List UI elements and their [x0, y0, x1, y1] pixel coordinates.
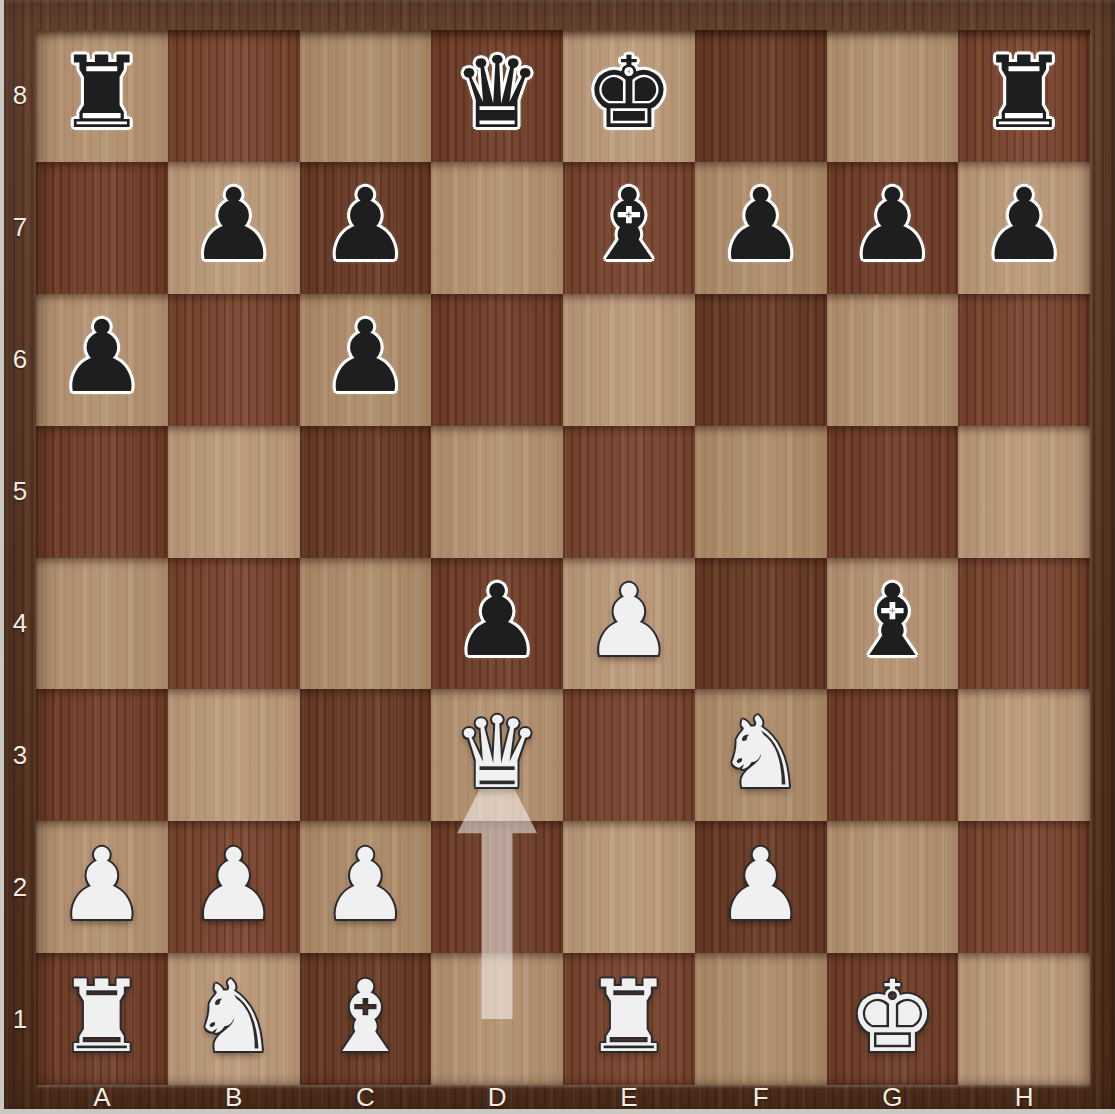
square-d4[interactable]: ♟: [431, 558, 563, 690]
rank-label-3: 3: [4, 689, 36, 821]
square-f4[interactable]: [695, 558, 827, 690]
square-a2[interactable]: ♟: [36, 821, 168, 953]
square-g2[interactable]: [827, 821, 959, 953]
square-g7[interactable]: ♟: [827, 162, 959, 294]
square-b4[interactable]: [168, 558, 300, 690]
rank-label-1: 1: [4, 953, 36, 1085]
file-label-c: C: [300, 1085, 432, 1109]
square-f7[interactable]: ♟: [695, 162, 827, 294]
square-e6[interactable]: [563, 294, 695, 426]
square-h4[interactable]: [958, 558, 1090, 690]
square-d7[interactable]: [431, 162, 563, 294]
piece-black-king[interactable]: ♚: [563, 27, 695, 159]
rank-label-6: 6: [4, 294, 36, 426]
piece-white-rook[interactable]: ♜: [563, 950, 695, 1082]
piece-white-bishop[interactable]: ♝: [300, 950, 432, 1082]
piece-black-pawn[interactable]: ♟: [695, 159, 827, 291]
square-f1[interactable]: [695, 953, 827, 1085]
square-c5[interactable]: [300, 426, 432, 558]
square-c4[interactable]: [300, 558, 432, 690]
piece-white-pawn[interactable]: ♟: [36, 818, 168, 950]
rank-label-4: 4: [4, 558, 36, 690]
piece-white-rook[interactable]: ♜: [36, 950, 168, 1082]
square-b1[interactable]: ♞: [168, 953, 300, 1085]
square-f3[interactable]: ♞: [695, 689, 827, 821]
square-f6[interactable]: [695, 294, 827, 426]
piece-black-rook[interactable]: ♜: [958, 27, 1090, 159]
square-e1[interactable]: ♜: [563, 953, 695, 1085]
square-g6[interactable]: [827, 294, 959, 426]
square-a6[interactable]: ♟: [36, 294, 168, 426]
square-h8[interactable]: ♜: [958, 30, 1090, 162]
square-b2[interactable]: ♟: [168, 821, 300, 953]
square-c1[interactable]: ♝: [300, 953, 432, 1085]
piece-black-rook[interactable]: ♜: [36, 27, 168, 159]
square-e5[interactable]: [563, 426, 695, 558]
square-h2[interactable]: [958, 821, 1090, 953]
piece-black-pawn[interactable]: ♟: [300, 159, 432, 291]
square-b8[interactable]: [168, 30, 300, 162]
piece-white-king[interactable]: ♚: [827, 950, 959, 1082]
square-h7[interactable]: ♟: [958, 162, 1090, 294]
file-label-f: F: [695, 1085, 827, 1109]
square-f5[interactable]: [695, 426, 827, 558]
square-b7[interactable]: ♟: [168, 162, 300, 294]
square-e7[interactable]: ♝: [563, 162, 695, 294]
square-g5[interactable]: [827, 426, 959, 558]
square-a5[interactable]: [36, 426, 168, 558]
square-b3[interactable]: [168, 689, 300, 821]
square-c3[interactable]: [300, 689, 432, 821]
square-h6[interactable]: [958, 294, 1090, 426]
square-c7[interactable]: ♟: [300, 162, 432, 294]
piece-black-queen[interactable]: ♛: [431, 27, 563, 159]
square-h3[interactable]: [958, 689, 1090, 821]
square-a8[interactable]: ♜: [36, 30, 168, 162]
square-c2[interactable]: ♟: [300, 821, 432, 953]
piece-black-pawn[interactable]: ♟: [36, 291, 168, 423]
rank-label-2: 2: [4, 821, 36, 953]
square-a3[interactable]: [36, 689, 168, 821]
file-label-h: H: [958, 1085, 1090, 1109]
square-g8[interactable]: [827, 30, 959, 162]
file-label-a: A: [36, 1085, 168, 1109]
square-b6[interactable]: [168, 294, 300, 426]
square-a7[interactable]: [36, 162, 168, 294]
file-label-g: G: [827, 1085, 959, 1109]
piece-black-pawn[interactable]: ♟: [168, 159, 300, 291]
square-e2[interactable]: [563, 821, 695, 953]
square-d3[interactable]: ♛: [431, 689, 563, 821]
square-g3[interactable]: [827, 689, 959, 821]
chess-board: ♜♛♚♜♟♟♝♟♟♟♟♟♟♟♝♛♞♟♟♟♟♜♞♝♜♚: [36, 30, 1090, 1085]
square-c6[interactable]: ♟: [300, 294, 432, 426]
rank-label-8: 8: [4, 30, 36, 162]
square-b5[interactable]: [168, 426, 300, 558]
piece-white-pawn[interactable]: ♟: [563, 555, 695, 687]
file-label-d: D: [431, 1085, 563, 1109]
square-f8[interactable]: [695, 30, 827, 162]
file-labels: ABCDEFGH: [36, 1085, 1090, 1109]
rank-labels: 87654321: [4, 30, 36, 1085]
piece-black-pawn[interactable]: ♟: [300, 291, 432, 423]
piece-black-pawn[interactable]: ♟: [827, 159, 959, 291]
piece-white-knight[interactable]: ♞: [168, 950, 300, 1082]
file-label-b: B: [168, 1085, 300, 1109]
square-c8[interactable]: [300, 30, 432, 162]
square-e3[interactable]: [563, 689, 695, 821]
rank-label-5: 5: [4, 426, 36, 558]
square-f2[interactable]: ♟: [695, 821, 827, 953]
square-d2[interactable]: [431, 821, 563, 953]
piece-white-pawn[interactable]: ♟: [168, 818, 300, 950]
square-e8[interactable]: ♚: [563, 30, 695, 162]
piece-black-pawn[interactable]: ♟: [431, 555, 563, 687]
piece-black-bishop[interactable]: ♝: [827, 555, 959, 687]
square-a1[interactable]: ♜: [36, 953, 168, 1085]
board-frame: 87654321 ABCDEFGH ♜♛♚♜♟♟♝♟♟♟♟♟♟♟♝♛♞♟♟♟♟♜…: [4, 0, 1115, 1109]
square-d6[interactable]: [431, 294, 563, 426]
square-h5[interactable]: [958, 426, 1090, 558]
square-g1[interactable]: ♚: [827, 953, 959, 1085]
rank-label-7: 7: [4, 162, 36, 294]
piece-white-pawn[interactable]: ♟: [695, 818, 827, 950]
square-e4[interactable]: ♟: [563, 558, 695, 690]
square-d1[interactable]: [431, 953, 563, 1085]
square-d5[interactable]: [431, 426, 563, 558]
piece-white-knight[interactable]: ♞: [695, 686, 827, 818]
square-d8[interactable]: ♛: [431, 30, 563, 162]
square-h1[interactable]: [958, 953, 1090, 1085]
piece-black-bishop[interactable]: ♝: [563, 159, 695, 291]
piece-white-pawn[interactable]: ♟: [300, 818, 432, 950]
square-a4[interactable]: [36, 558, 168, 690]
square-g4[interactable]: ♝: [827, 558, 959, 690]
file-label-e: E: [563, 1085, 695, 1109]
piece-black-pawn[interactable]: ♟: [958, 159, 1090, 291]
piece-white-queen[interactable]: ♛: [431, 686, 563, 818]
